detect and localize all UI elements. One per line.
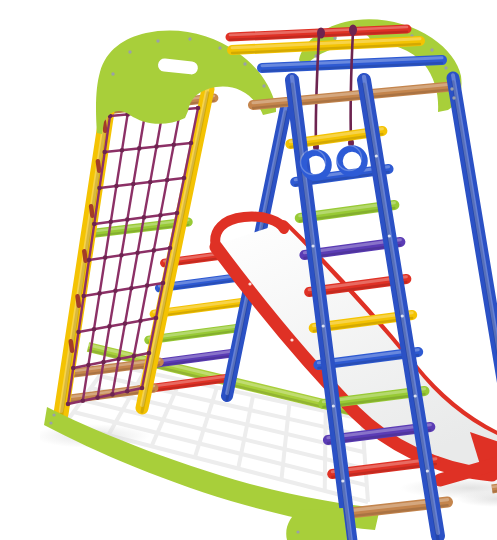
- base-screw: [52, 413, 55, 416]
- net-knot: [81, 399, 86, 404]
- net-knot: [182, 176, 187, 181]
- base-screw: [49, 421, 52, 424]
- rail-screw: [322, 324, 325, 327]
- panel-screw: [262, 84, 265, 87]
- net-knot: [137, 146, 142, 151]
- net-knot: [135, 251, 140, 256]
- net-knot: [102, 150, 107, 155]
- panel-screw: [430, 48, 433, 51]
- net-knot: [101, 360, 106, 365]
- net-knot: [120, 148, 125, 153]
- net-cord: [100, 178, 185, 188]
- rail-screw: [375, 154, 378, 157]
- panel-screw: [444, 66, 447, 69]
- net-cord: [105, 143, 191, 152]
- net-knot: [103, 255, 108, 260]
- net-knot: [95, 395, 100, 400]
- joint-screw: [450, 87, 453, 90]
- rail-screw: [332, 404, 335, 407]
- panel-screw: [128, 50, 131, 53]
- rail-screw: [388, 234, 391, 237]
- net-knot: [92, 327, 97, 332]
- floor-grid-line: [325, 411, 326, 491]
- net-knot: [129, 286, 134, 291]
- rope-knot: [349, 25, 357, 36]
- net-knot: [140, 386, 145, 391]
- net-cord: [79, 318, 157, 332]
- net-knot: [113, 289, 118, 294]
- net-knot: [116, 357, 121, 362]
- net-knot: [168, 246, 173, 251]
- product-photo: Colorful children's indoor wooden sport …: [40, 16, 497, 540]
- net-knot: [114, 184, 119, 189]
- net-knot: [71, 366, 76, 371]
- net-knot: [154, 144, 159, 149]
- net-knot: [152, 248, 157, 253]
- play-gym-illustration: [40, 16, 497, 540]
- joint-screw: [452, 96, 455, 99]
- net-knot: [123, 321, 128, 326]
- rope-knot: [317, 28, 325, 39]
- net-knot: [110, 392, 115, 397]
- rail-screw: [341, 479, 344, 482]
- net-knot: [175, 211, 180, 216]
- panel-screw: [243, 62, 246, 65]
- panel-screw: [188, 37, 191, 40]
- net-knot: [81, 294, 86, 299]
- net-knot: [138, 319, 143, 324]
- net-cord: [89, 248, 170, 260]
- net-knot: [119, 253, 124, 258]
- slide-screw: [248, 282, 251, 285]
- net-knot: [125, 389, 130, 394]
- slide-screw: [290, 338, 293, 341]
- top-wooden-bar: [253, 84, 456, 108]
- panel-screw: [156, 39, 159, 42]
- net-knot: [97, 291, 102, 296]
- net-knot: [66, 402, 71, 407]
- net-knot: [196, 106, 201, 111]
- panel-screw: [218, 46, 221, 49]
- net-knot: [86, 363, 91, 368]
- foot-screw: [296, 530, 299, 533]
- panel-screw: [111, 72, 114, 75]
- net-knot: [76, 330, 81, 335]
- net-knot: [97, 186, 102, 191]
- net-knot: [109, 220, 114, 225]
- net-knot: [107, 324, 112, 329]
- net-knot: [87, 258, 92, 263]
- top-wooden-bar: [253, 86, 456, 105]
- net-knot: [131, 182, 136, 187]
- rail-screw: [414, 394, 417, 397]
- net-knot: [165, 178, 170, 183]
- net-knot: [142, 215, 147, 220]
- rail-screw: [426, 469, 429, 472]
- net-knot: [92, 222, 97, 227]
- net-knot: [132, 354, 137, 359]
- net-knot: [158, 213, 163, 218]
- net-knot: [125, 217, 130, 222]
- floor-grid-line: [281, 403, 289, 479]
- ring-rope: [351, 31, 353, 142]
- net-knot: [147, 351, 152, 356]
- net-cord: [84, 283, 163, 296]
- rail-screw: [401, 314, 404, 317]
- rail-screw: [311, 244, 314, 247]
- net-knot: [189, 141, 194, 146]
- net-knot: [154, 316, 159, 321]
- net-knot: [171, 143, 176, 148]
- net-knot: [148, 180, 153, 185]
- net-knot: [161, 281, 166, 286]
- net-knot: [145, 283, 150, 288]
